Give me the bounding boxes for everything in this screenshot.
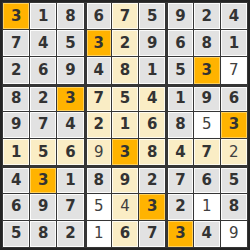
cell-r8c8[interactable]: 1 [194,194,220,220]
cell-r9c2[interactable]: 8 [30,221,56,247]
cell-r2c8[interactable]: 8 [194,30,220,56]
cell-r9c1[interactable]: 5 [3,221,29,247]
cell-r2c6[interactable]: 9 [139,30,165,56]
cell-r2c4[interactable]: 3 [87,30,111,56]
cell-r7c9[interactable]: 5 [221,168,247,192]
cell-r2c1[interactable]: 7 [3,30,29,56]
cell-r1c5[interactable]: 7 [112,3,138,29]
cell-r6c2[interactable]: 5 [30,139,56,165]
cell-r1c1[interactable]: 3 [3,3,29,29]
cell-r4c4[interactable]: 7 [87,87,111,111]
cell-r4c8[interactable]: 9 [194,87,220,111]
cell-r6c9[interactable]: 2 [221,139,247,165]
cell-r5c6[interactable]: 6 [139,112,165,138]
cell-r9c3[interactable]: 2 [57,221,83,247]
cell-r8c2[interactable]: 9 [30,194,56,220]
cell-r4c3[interactable]: 3 [57,87,83,111]
cell-r3c5[interactable]: 8 [112,57,138,83]
cell-r8c7[interactable]: 2 [168,194,192,220]
cell-r8c3[interactable]: 7 [57,194,83,220]
cell-r4c9[interactable]: 6 [221,87,247,111]
cell-r3c1[interactable]: 2 [3,57,29,83]
cell-r8c1[interactable]: 6 [3,194,29,220]
cell-r9c9[interactable]: 9 [221,221,247,247]
cell-r9c5[interactable]: 6 [112,221,138,247]
cell-r2c3[interactable]: 5 [57,30,83,56]
cell-r4c2[interactable]: 2 [30,87,56,111]
cell-r5c2[interactable]: 7 [30,112,56,138]
sudoku-board: 3186759247453296812694815378237541969742… [0,0,250,250]
cell-r5c3[interactable]: 4 [57,112,83,138]
cell-r5c9[interactable]: 3 [221,112,247,138]
cell-r5c4[interactable]: 2 [87,112,111,138]
cell-r2c2[interactable]: 4 [30,30,56,56]
cell-r1c9[interactable]: 4 [221,3,247,29]
cell-r7c5[interactable]: 9 [112,168,138,192]
cell-r6c7[interactable]: 4 [168,139,192,165]
cell-r5c8[interactable]: 5 [194,112,220,138]
cell-r1c3[interactable]: 8 [57,3,83,29]
cell-r1c8[interactable]: 2 [194,3,220,29]
cell-r7c6[interactable]: 2 [139,168,165,192]
cell-r8c9[interactable]: 8 [221,194,247,220]
cell-r1c2[interactable]: 1 [30,3,56,29]
cell-r6c4[interactable]: 9 [87,139,111,165]
cell-r4c7[interactable]: 1 [168,87,192,111]
cell-r9c6[interactable]: 7 [139,221,165,247]
cell-r4c1[interactable]: 8 [3,87,29,111]
cell-r3c6[interactable]: 1 [139,57,165,83]
cell-r6c3[interactable]: 6 [57,139,83,165]
cell-r7c3[interactable]: 1 [57,168,83,192]
cell-r6c8[interactable]: 7 [194,139,220,165]
cell-r1c6[interactable]: 5 [139,3,165,29]
cell-r7c2[interactable]: 3 [30,168,56,192]
cell-r6c6[interactable]: 8 [139,139,165,165]
cell-r7c1[interactable]: 4 [3,168,29,192]
cell-r3c3[interactable]: 9 [57,57,83,83]
cell-r5c5[interactable]: 1 [112,112,138,138]
cell-r8c5[interactable]: 4 [112,194,138,220]
cell-r2c5[interactable]: 2 [112,30,138,56]
cell-r7c4[interactable]: 8 [87,168,111,192]
cell-r5c1[interactable]: 9 [3,112,29,138]
cell-r1c7[interactable]: 9 [168,3,192,29]
cell-r9c8[interactable]: 4 [194,221,220,247]
cell-r3c9[interactable]: 7 [221,57,247,83]
cell-r4c6[interactable]: 4 [139,87,165,111]
cell-r7c7[interactable]: 7 [168,168,192,192]
cell-r9c4[interactable]: 1 [87,221,111,247]
cell-r6c5[interactable]: 3 [112,139,138,165]
cell-r2c7[interactable]: 6 [168,30,192,56]
cell-r3c2[interactable]: 6 [30,57,56,83]
cell-r4c5[interactable]: 5 [112,87,138,111]
cell-r8c4[interactable]: 5 [87,194,111,220]
cell-r8c6[interactable]: 3 [139,194,165,220]
cell-r6c1[interactable]: 1 [3,139,29,165]
cell-r3c4[interactable]: 4 [87,57,111,83]
cell-r7c8[interactable]: 6 [194,168,220,192]
cell-r3c8[interactable]: 3 [194,57,220,83]
cell-r3c7[interactable]: 5 [168,57,192,83]
cell-r5c7[interactable]: 8 [168,112,192,138]
cell-r9c7[interactable]: 3 [168,221,192,247]
cell-r1c4[interactable]: 6 [87,3,111,29]
cell-r2c9[interactable]: 1 [221,30,247,56]
